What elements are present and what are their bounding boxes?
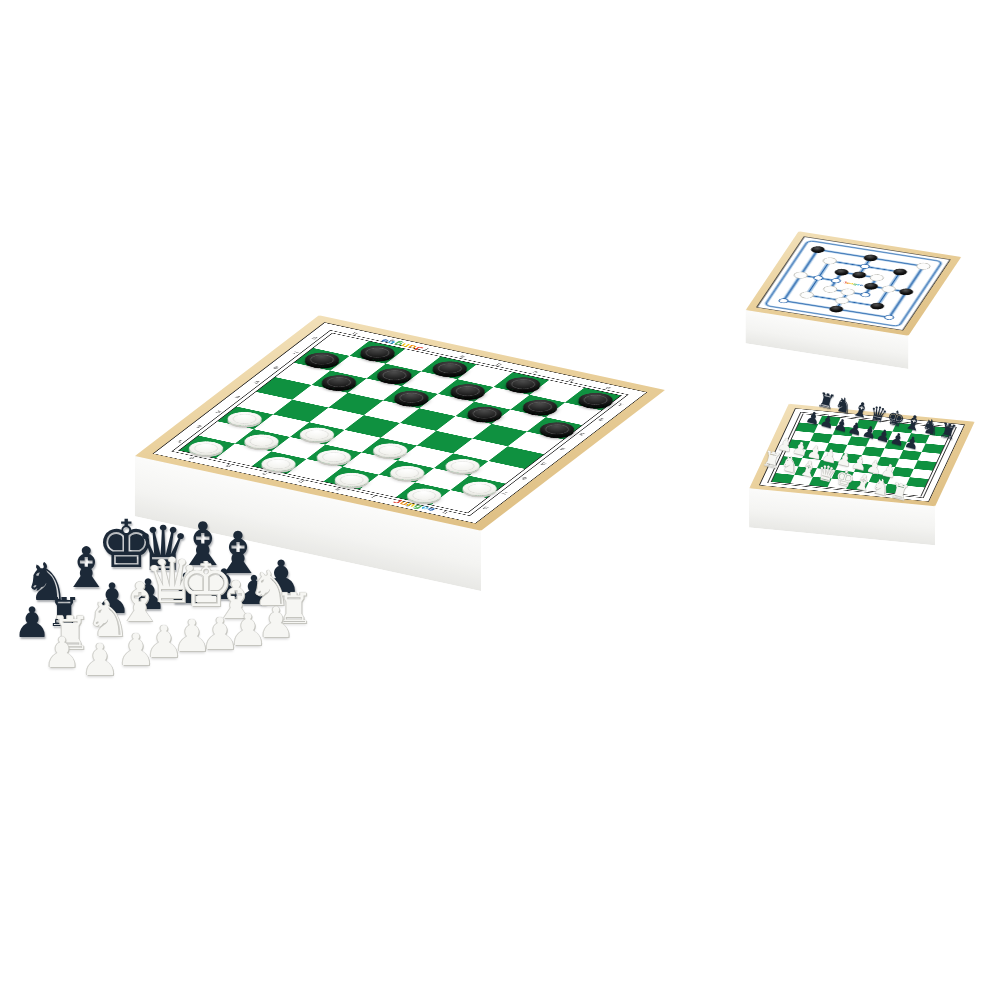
chess-square-f5 [881, 448, 904, 458]
checkers-square-e2 [343, 452, 398, 474]
chess-square-d2 [832, 470, 855, 480]
chess-square-c1 [809, 477, 832, 487]
white-pawn-piece: ♟ [172, 614, 211, 658]
file-label: b [224, 464, 232, 468]
rank-label: 1 [175, 439, 183, 443]
wooden-game-box: abcdefgh abcdefgh 87654321 87654321 Jung… [135, 315, 665, 531]
checkers-square-c2 [271, 437, 326, 459]
white-checker-a1 [183, 439, 229, 458]
checkers-square-c1 [252, 451, 307, 473]
white-checker-d2 [311, 448, 357, 467]
chess-square-c2 [813, 468, 836, 478]
chess-square-a2 [776, 465, 799, 475]
rank-label: 2 [195, 425, 203, 429]
checkers-square-d1 [287, 459, 342, 481]
dark-knight-piece: ♞ [23, 556, 70, 608]
file-label: f [370, 495, 376, 499]
chess-square-f4 [877, 457, 900, 467]
white-checker-c3 [294, 425, 340, 444]
chess-square-h4 [914, 460, 937, 470]
brand-logo-near: Jungee [391, 499, 438, 512]
checkers-square-f2 [379, 460, 434, 482]
checkers-square-h3 [470, 461, 525, 483]
chess-square-b4 [802, 450, 825, 460]
white-checker-g3 [440, 457, 486, 476]
checkers-square-e3 [362, 438, 417, 460]
file-label: e [458, 355, 466, 359]
chess-square-f1 [865, 482, 888, 492]
dark-bishop-piece: ♝ [61, 540, 111, 596]
checkers-square-a1 [180, 436, 235, 458]
brand-letter: u [397, 500, 411, 507]
brand-letter: e [419, 504, 432, 510]
file-label: f [424, 347, 430, 351]
white-checker-f2 [384, 464, 430, 483]
rank-label: 5 [252, 381, 260, 385]
rank-label: 1 [616, 403, 624, 407]
chess-square-d4 [839, 453, 862, 463]
chess-square-h3 [910, 469, 933, 479]
chess-board-mat [759, 408, 965, 502]
file-label: b [567, 378, 575, 382]
checkers-square-f1 [359, 475, 414, 497]
white-bishop-piece: ♝ [116, 576, 164, 630]
file-label: h [351, 331, 359, 335]
chess-square-b3 [798, 458, 821, 468]
checkers-square-g5 [472, 424, 527, 446]
chess-square-c3 [817, 460, 840, 470]
checkers-square-a2 [199, 421, 254, 443]
rank-label: 3 [214, 410, 222, 414]
chess-square-c4 [821, 451, 844, 461]
chess-square-a1 [772, 473, 795, 483]
dark-rook-piece: ♜ [46, 592, 82, 632]
rank-label: 7 [501, 491, 509, 495]
chess-square-h1 [902, 486, 925, 496]
file-label: g [404, 503, 412, 507]
white-checker-e1 [328, 471, 374, 490]
white-pawn-piece: ♟ [43, 632, 81, 674]
dark-pawn-piece: ♟ [13, 602, 51, 644]
chess-square-g3 [891, 467, 914, 477]
rank-label: 8 [482, 506, 490, 510]
dark-king-piece: ♚ [96, 512, 155, 578]
white-queen-piece: ♛ [144, 550, 200, 612]
white-knight-piece: ♞ [86, 594, 131, 644]
checkers-square-e1 [323, 467, 378, 489]
chess-square-e2 [850, 472, 873, 482]
file-label: a [604, 386, 612, 390]
white-checker-e3 [367, 441, 413, 460]
brand-letter: n [405, 501, 419, 508]
chess-wooden-box [749, 404, 974, 506]
brand-letter: e [425, 506, 438, 512]
rank-label: 8 [310, 336, 318, 340]
checkers-box-scene: abcdefgh abcdefgh 87654321 87654321 Jung… [204, 227, 596, 619]
white-checker-b2 [238, 432, 284, 451]
checkers-square-f3 [398, 445, 453, 467]
chess-square-f3 [873, 465, 896, 475]
file-label: d [495, 362, 503, 366]
morris-box-scene: Jungee [768, 198, 939, 369]
checkers-square-g3 [434, 453, 489, 475]
chess-square-e5 [862, 447, 885, 457]
product-photo-stage: abcdefgh abcdefgh 87654321 87654321 Jung… [0, 0, 1000, 1000]
morris-wooden-box: Jungee [746, 231, 961, 335]
rank-label: 6 [520, 476, 528, 480]
dark-pawn-piece: ♟ [129, 574, 167, 616]
chess-square-g4 [895, 459, 918, 469]
file-label: d [297, 480, 305, 484]
chess-square-h2 [906, 477, 929, 487]
rank-label: 3 [578, 432, 586, 436]
dark-queen-piece: ♛ [135, 518, 191, 580]
checkers-square-h4 [489, 446, 544, 468]
file-label: c [531, 370, 539, 374]
chess-square-e4 [858, 455, 881, 465]
dark-pawn-piece: ♟ [167, 568, 205, 610]
white-pawn-piece: ♟ [116, 628, 155, 672]
chess-square-d1 [828, 479, 851, 489]
rank-label: 4 [559, 447, 567, 451]
chess-square-b1 [790, 475, 813, 485]
checkers-square-g1 [395, 482, 450, 504]
rank-label: 2 [597, 417, 605, 421]
checkers-square-b2 [235, 429, 290, 451]
white-pawn-piece: ♟ [144, 620, 183, 664]
checkers-square-d3 [326, 430, 381, 452]
checkers-square-e4 [381, 423, 436, 445]
file-label: a [188, 456, 196, 460]
rank-label: 7 [291, 351, 299, 355]
checkers-square-b1 [216, 444, 271, 466]
chess-square-e1 [846, 480, 869, 490]
rank-label: 6 [272, 366, 280, 370]
chess-square-a3 [780, 456, 803, 466]
chess-grid [771, 414, 954, 497]
checkers-square-d2 [307, 444, 362, 466]
checkers-square-h1 [431, 490, 486, 512]
white-rook-piece: ♜ [49, 610, 90, 656]
brand-letter: J [391, 498, 404, 504]
file-label: h [441, 511, 449, 515]
file-label: e [333, 487, 341, 491]
white-checker-h2 [457, 479, 503, 498]
chess-square-g5 [899, 450, 922, 460]
checkers-square-h2 [451, 476, 506, 498]
checkers-square-c3 [290, 422, 345, 444]
white-checker-c1 [255, 455, 301, 474]
rank-label: 4 [233, 395, 241, 399]
file-label: c [261, 472, 269, 476]
chess-square-e3 [854, 463, 877, 473]
brand-letter: g [412, 503, 426, 510]
chess-square-b2 [794, 466, 817, 476]
white-checker-g1 [401, 486, 447, 505]
dark-pawn-piece: ♟ [93, 578, 131, 620]
checkers-square-h5 [508, 432, 563, 454]
checkers-square-g2 [415, 468, 470, 490]
checkers-square-g4 [453, 439, 508, 461]
chess-box-scene [767, 360, 957, 550]
chess-square-g1 [883, 484, 906, 494]
chess-square-h5 [918, 452, 941, 462]
chess-square-d3 [836, 462, 859, 472]
chess-square-a4 [784, 448, 807, 458]
checkers-square-f4 [417, 431, 472, 453]
chess-square-f2 [869, 474, 892, 484]
white-pawn-piece: ♟ [80, 638, 119, 682]
rank-label: 5 [539, 462, 547, 466]
chess-playfield [771, 414, 954, 497]
chess-square-g2 [887, 475, 910, 485]
